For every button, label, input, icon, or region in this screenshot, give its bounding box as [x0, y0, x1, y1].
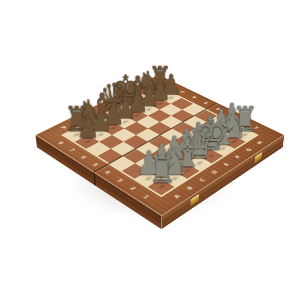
- square-c4: [136, 142, 161, 156]
- square-d4: [148, 135, 172, 149]
- file-label-south-g: G: [243, 146, 255, 153]
- square-c5: [124, 135, 148, 149]
- brass-clasp-1: [190, 194, 199, 206]
- product-photo-stage: AABBCCDDEEFFGGHH1122334455667788 ♜♞♝♛♚♝♞…: [0, 0, 300, 300]
- rank-label-west-6: 6: [77, 154, 89, 161]
- square-b6: [99, 135, 123, 149]
- scene: AABBCCDDEEFFGGHH1122334455667788 ♜♞♝♛♚♝♞…: [0, 0, 300, 300]
- chessboard: AABBCCDDEEFFGGHH1122334455667788 ♜♞♝♛♚♝♞…: [36, 75, 285, 216]
- square-a4: [110, 156, 135, 171]
- square-a6: [86, 142, 111, 156]
- square-b5: [111, 142, 136, 156]
- rank-label-west-5: 5: [89, 161, 101, 168]
- file-label-south-a: A: [170, 193, 183, 201]
- file-label-south-c: C: [196, 176, 208, 184]
- board-top: AABBCCDDEEFFGGHH1122334455667788: [36, 75, 285, 216]
- rank-label-west-4: 4: [101, 168, 113, 175]
- square-b4: [123, 149, 148, 164]
- rank-label-west-3: 3: [113, 176, 125, 184]
- square-a5: [98, 149, 123, 164]
- file-label-south-e: E: [220, 161, 232, 168]
- rank-label-west-7: 7: [66, 146, 78, 153]
- file-label-south-f: F: [232, 154, 244, 161]
- rank-label-west-2: 2: [126, 184, 139, 192]
- brass-clasp-2: [254, 152, 262, 163]
- rank-label-west-8: 8: [55, 140, 66, 146]
- file-label-south-d: D: [208, 168, 220, 175]
- file-label-south-b: B: [184, 184, 197, 192]
- rank-label-west-1: 1: [139, 193, 152, 201]
- file-label-south-h: H: [254, 140, 265, 146]
- fold-seam-side: [94, 172, 96, 186]
